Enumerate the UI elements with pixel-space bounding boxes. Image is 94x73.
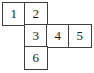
net-cell: 6 [24,46,48,70]
cell-label: 6 [33,51,40,64]
cell-label: 4 [55,29,62,42]
cell-label: 1 [11,7,18,20]
net-cell: 2 [24,2,48,26]
cell-label: 5 [77,29,84,42]
net-cell: 4 [46,24,70,48]
net-cell: 3 [24,24,48,48]
cube-net-board: 123456 [0,0,94,73]
cell-label: 3 [33,29,40,42]
net-cell: 1 [2,2,26,26]
cell-label: 2 [33,7,40,20]
net-cell: 5 [68,24,92,48]
